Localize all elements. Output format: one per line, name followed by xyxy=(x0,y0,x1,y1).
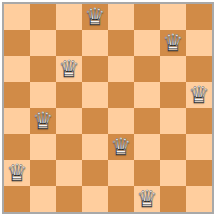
square-c4[interactable] xyxy=(56,108,82,134)
square-a4[interactable] xyxy=(4,108,30,134)
square-g6[interactable] xyxy=(160,56,186,82)
square-h7[interactable] xyxy=(186,30,212,56)
square-b8[interactable] xyxy=(30,4,56,30)
square-g4[interactable] xyxy=(160,108,186,134)
square-a3[interactable] xyxy=(4,134,30,160)
square-c7[interactable] xyxy=(56,30,82,56)
square-h1[interactable] xyxy=(186,186,212,212)
square-e1[interactable] xyxy=(108,186,134,212)
square-a7[interactable] xyxy=(4,30,30,56)
white-queen[interactable]: ♛♕ xyxy=(4,160,30,186)
white-queen[interactable]: ♛♕ xyxy=(186,82,212,108)
square-d3[interactable] xyxy=(82,134,108,160)
white-queen[interactable]: ♛♕ xyxy=(30,108,56,134)
square-e4[interactable] xyxy=(108,108,134,134)
square-c6[interactable]: ♛♕ xyxy=(56,56,82,82)
white-queen-outline-glyph: ♕ xyxy=(134,186,160,212)
square-c2[interactable] xyxy=(56,160,82,186)
square-e5[interactable] xyxy=(108,82,134,108)
square-b7[interactable] xyxy=(30,30,56,56)
square-a6[interactable] xyxy=(4,56,30,82)
square-f3[interactable] xyxy=(134,134,160,160)
square-c5[interactable] xyxy=(56,82,82,108)
square-a1[interactable] xyxy=(4,186,30,212)
square-b4[interactable]: ♛♕ xyxy=(30,108,56,134)
square-g8[interactable] xyxy=(160,4,186,30)
square-e6[interactable] xyxy=(108,56,134,82)
square-e2[interactable] xyxy=(108,160,134,186)
square-b5[interactable] xyxy=(30,82,56,108)
square-d8[interactable]: ♛♕ xyxy=(82,4,108,30)
white-queen[interactable]: ♛♕ xyxy=(108,134,134,160)
square-b6[interactable] xyxy=(30,56,56,82)
white-queen[interactable]: ♛♕ xyxy=(56,56,82,82)
square-h8[interactable] xyxy=(186,4,212,30)
square-d2[interactable] xyxy=(82,160,108,186)
white-queen-outline-glyph: ♕ xyxy=(186,82,212,108)
square-d1[interactable] xyxy=(82,186,108,212)
square-f1[interactable]: ♛♕ xyxy=(134,186,160,212)
square-g7[interactable]: ♛♕ xyxy=(160,30,186,56)
white-queen[interactable]: ♛♕ xyxy=(134,186,160,212)
square-e3[interactable]: ♛♕ xyxy=(108,134,134,160)
square-b1[interactable] xyxy=(30,186,56,212)
white-queen[interactable]: ♛♕ xyxy=(160,30,186,56)
square-f2[interactable] xyxy=(134,160,160,186)
square-f4[interactable] xyxy=(134,108,160,134)
square-c1[interactable] xyxy=(56,186,82,212)
square-d7[interactable] xyxy=(82,30,108,56)
square-h5[interactable]: ♛♕ xyxy=(186,82,212,108)
white-queen-outline-glyph: ♕ xyxy=(30,108,56,134)
square-d6[interactable] xyxy=(82,56,108,82)
board-frame: ♛♕♛♕♛♕♛♕♛♕♛♕♛♕♛♕ xyxy=(0,0,216,216)
square-g3[interactable] xyxy=(160,134,186,160)
square-b3[interactable] xyxy=(30,134,56,160)
square-b2[interactable] xyxy=(30,160,56,186)
square-f6[interactable] xyxy=(134,56,160,82)
square-h2[interactable] xyxy=(186,160,212,186)
chess-board: ♛♕♛♕♛♕♛♕♛♕♛♕♛♕♛♕ xyxy=(2,2,214,214)
square-e7[interactable] xyxy=(108,30,134,56)
square-d4[interactable] xyxy=(82,108,108,134)
square-a5[interactable] xyxy=(4,82,30,108)
square-a8[interactable] xyxy=(4,4,30,30)
square-c8[interactable] xyxy=(56,4,82,30)
square-f7[interactable] xyxy=(134,30,160,56)
white-queen-outline-glyph: ♕ xyxy=(56,56,82,82)
square-g5[interactable] xyxy=(160,82,186,108)
square-a2[interactable]: ♛♕ xyxy=(4,160,30,186)
square-d5[interactable] xyxy=(82,82,108,108)
white-queen[interactable]: ♛♕ xyxy=(82,4,108,30)
square-e8[interactable] xyxy=(108,4,134,30)
white-queen-outline-glyph: ♕ xyxy=(160,30,186,56)
square-f5[interactable] xyxy=(134,82,160,108)
white-queen-outline-glyph: ♕ xyxy=(4,160,30,186)
white-queen-outline-glyph: ♕ xyxy=(82,4,108,30)
square-g2[interactable] xyxy=(160,160,186,186)
square-h4[interactable] xyxy=(186,108,212,134)
white-queen-outline-glyph: ♕ xyxy=(108,134,134,160)
square-g1[interactable] xyxy=(160,186,186,212)
square-h6[interactable] xyxy=(186,56,212,82)
square-h3[interactable] xyxy=(186,134,212,160)
square-f8[interactable] xyxy=(134,4,160,30)
square-c3[interactable] xyxy=(56,134,82,160)
